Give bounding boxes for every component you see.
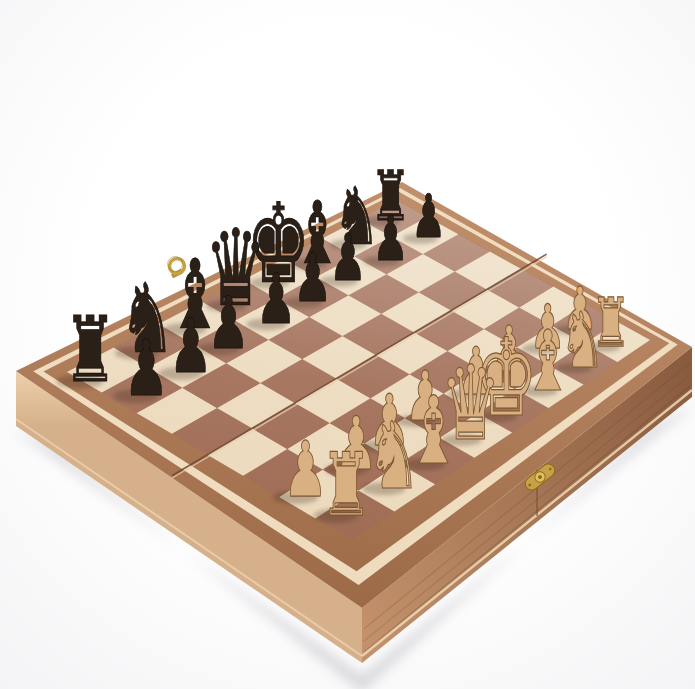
piece-glyph: ♟ [293, 239, 332, 317]
piece-glyph: ♜ [64, 297, 117, 402]
piece-black-rook-a8: ♜ [64, 297, 117, 402]
piece-black-pawn-f7: ♟ [329, 220, 367, 296]
piece-black-pawn-c7: ♟ [207, 280, 250, 364]
piece-black-pawn-a7: ♟ [123, 323, 169, 413]
piece-glyph: ♟ [123, 323, 169, 413]
product-photo-chess-set: ♜♟♞♟♝♟♚♟♛♟♝♟♜♟♟♞♞♟♟♜♝♟♟♚♟♛♟♝♟♞♟♜ [0, 0, 695, 689]
piece-black-pawn-g7: ♟ [372, 202, 409, 274]
piece-white-knight-b1: ♞ [367, 401, 422, 510]
piece-black-pawn-h7: ♟ [411, 182, 446, 252]
piece-glyph: ♟ [329, 220, 367, 296]
piece-glyph: ♜ [320, 433, 371, 535]
piece-glyph: ♟ [207, 280, 250, 364]
piece-black-pawn-b7: ♟ [169, 303, 213, 391]
piece-glyph: ♟ [256, 259, 297, 339]
piece-glyph: ♟ [169, 303, 213, 391]
piece-black-pawn-d7: ♟ [256, 259, 297, 339]
piece-white-rook-a1: ♜ [320, 433, 371, 535]
piece-glyph: ♟ [411, 182, 446, 252]
piece-black-pawn-e7: ♟ [293, 239, 332, 317]
piece-glyph: ♞ [367, 401, 422, 510]
piece-glyph: ♟ [372, 202, 409, 274]
chess-board-3d: ♜♟♞♟♝♟♚♟♛♟♝♟♜♟♟♞♞♟♟♜♝♟♟♚♟♛♟♝♟♞♟♜ [0, 0, 695, 689]
